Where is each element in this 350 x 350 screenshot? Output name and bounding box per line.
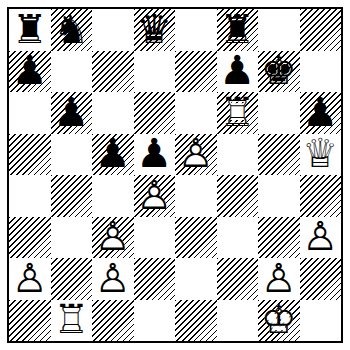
square-d7[interactable] — [134, 51, 176, 93]
square-f4[interactable] — [217, 175, 259, 217]
piece-white-king-fill: ♚ — [261, 300, 297, 340]
square-h1[interactable] — [300, 300, 342, 342]
square-a1[interactable] — [9, 300, 51, 342]
square-c4[interactable] — [92, 175, 134, 217]
square-g3[interactable] — [258, 217, 300, 259]
square-h2[interactable] — [300, 258, 342, 300]
piece-white-rook-fill: ♜ — [219, 92, 255, 132]
piece-black-pawn: ♟ — [95, 134, 131, 174]
piece-black-rook: ♜ — [219, 9, 255, 49]
piece-white-pawn-fill: ♟ — [136, 175, 172, 215]
square-d3[interactable] — [134, 217, 176, 259]
square-b8[interactable]: ♞ — [51, 9, 93, 51]
piece-white-pawn: ♙ — [12, 258, 48, 298]
piece-black-pawn: ♟ — [219, 51, 255, 91]
square-b3[interactable] — [51, 217, 93, 259]
piece-black-queen: ♛ — [136, 9, 172, 49]
chess-board: ♜♞♛♜♟♟♚♟♜♖♟♟♟♟♙♛♕♟♙♟♙♟♙♟♙♟♙♟♙♜♖♚♔ — [9, 9, 341, 341]
piece-white-pawn: ♙ — [261, 258, 297, 298]
piece-white-pawn: ♙ — [178, 134, 214, 174]
square-g8[interactable] — [258, 9, 300, 51]
square-h6[interactable]: ♟ — [300, 92, 342, 134]
piece-white-pawn-fill: ♟ — [95, 217, 131, 257]
square-c2[interactable]: ♟♙ — [92, 258, 134, 300]
square-d8[interactable]: ♛ — [134, 9, 176, 51]
square-c3[interactable]: ♟♙ — [92, 217, 134, 259]
square-h3[interactable]: ♟♙ — [300, 217, 342, 259]
square-h4[interactable] — [300, 175, 342, 217]
square-a5[interactable] — [9, 134, 51, 176]
square-e6[interactable] — [175, 92, 217, 134]
square-b2[interactable] — [51, 258, 93, 300]
piece-white-pawn-fill: ♟ — [261, 258, 297, 298]
square-f2[interactable] — [217, 258, 259, 300]
square-b4[interactable] — [51, 175, 93, 217]
square-e8[interactable] — [175, 9, 217, 51]
square-d1[interactable] — [134, 300, 176, 342]
square-g1[interactable]: ♚♔ — [258, 300, 300, 342]
square-h5[interactable]: ♛♕ — [300, 134, 342, 176]
piece-white-rook: ♖ — [53, 300, 89, 340]
square-c8[interactable] — [92, 9, 134, 51]
square-f3[interactable] — [217, 217, 259, 259]
piece-white-queen: ♕ — [302, 134, 338, 174]
piece-white-pawn-fill: ♟ — [95, 258, 131, 298]
square-a2[interactable]: ♟♙ — [9, 258, 51, 300]
piece-white-pawn: ♙ — [302, 217, 338, 257]
square-h8[interactable] — [300, 9, 342, 51]
square-b6[interactable]: ♟ — [51, 92, 93, 134]
piece-black-pawn: ♟ — [53, 92, 89, 132]
chess-board-frame: ♜♞♛♜♟♟♚♟♜♖♟♟♟♟♙♛♕♟♙♟♙♟♙♟♙♟♙♟♙♜♖♚♔ — [7, 7, 343, 343]
square-e7[interactable] — [175, 51, 217, 93]
piece-white-pawn-fill: ♟ — [302, 217, 338, 257]
square-h7[interactable] — [300, 51, 342, 93]
square-a8[interactable]: ♜ — [9, 9, 51, 51]
square-g5[interactable] — [258, 134, 300, 176]
piece-white-pawn-fill: ♟ — [178, 134, 214, 174]
piece-white-queen-fill: ♛ — [302, 134, 338, 174]
square-e2[interactable] — [175, 258, 217, 300]
piece-white-pawn: ♙ — [95, 217, 131, 257]
piece-black-king: ♚ — [261, 51, 297, 91]
square-d4[interactable]: ♟♙ — [134, 175, 176, 217]
square-g2[interactable]: ♟♙ — [258, 258, 300, 300]
square-g7[interactable]: ♚ — [258, 51, 300, 93]
square-g6[interactable] — [258, 92, 300, 134]
square-c1[interactable] — [92, 300, 134, 342]
piece-black-pawn: ♟ — [302, 92, 338, 132]
square-e4[interactable] — [175, 175, 217, 217]
piece-white-rook: ♖ — [219, 92, 255, 132]
piece-white-pawn: ♙ — [136, 175, 172, 215]
square-e5[interactable]: ♟♙ — [175, 134, 217, 176]
square-f1[interactable] — [217, 300, 259, 342]
square-d6[interactable] — [134, 92, 176, 134]
square-f6[interactable]: ♜♖ — [217, 92, 259, 134]
piece-white-king: ♔ — [261, 300, 297, 340]
square-a3[interactable] — [9, 217, 51, 259]
square-a7[interactable]: ♟ — [9, 51, 51, 93]
piece-black-pawn: ♟ — [12, 51, 48, 91]
square-f7[interactable]: ♟ — [217, 51, 259, 93]
piece-black-rook: ♜ — [12, 9, 48, 49]
piece-black-pawn: ♟ — [136, 134, 172, 174]
square-c5[interactable]: ♟ — [92, 134, 134, 176]
square-b1[interactable]: ♜♖ — [51, 300, 93, 342]
square-b7[interactable] — [51, 51, 93, 93]
square-d2[interactable] — [134, 258, 176, 300]
square-a4[interactable] — [9, 175, 51, 217]
square-d5[interactable]: ♟ — [134, 134, 176, 176]
square-f8[interactable]: ♜ — [217, 9, 259, 51]
square-e1[interactable] — [175, 300, 217, 342]
square-e3[interactable] — [175, 217, 217, 259]
square-f5[interactable] — [217, 134, 259, 176]
piece-white-pawn-fill: ♟ — [12, 258, 48, 298]
square-a6[interactable] — [9, 92, 51, 134]
piece-black-knight: ♞ — [53, 9, 89, 49]
square-c6[interactable] — [92, 92, 134, 134]
square-g4[interactable] — [258, 175, 300, 217]
piece-white-pawn: ♙ — [95, 258, 131, 298]
piece-white-rook-fill: ♜ — [53, 300, 89, 340]
square-c7[interactable] — [92, 51, 134, 93]
square-b5[interactable] — [51, 134, 93, 176]
